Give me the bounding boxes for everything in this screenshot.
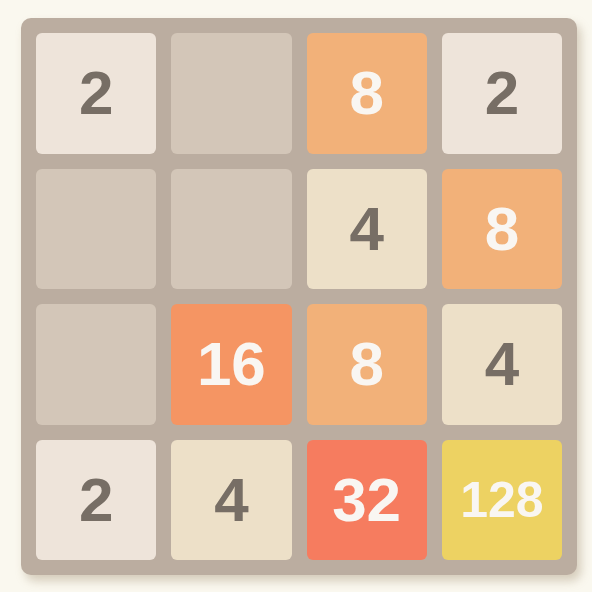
tile-4-r3c4: 4 xyxy=(442,304,562,425)
tile-16-r3c2: 16 xyxy=(171,304,291,425)
tile-8-r1c3: 8 xyxy=(307,33,427,154)
game-board-2048[interactable]: 2824816842432128 xyxy=(21,18,577,575)
empty-cell-r3c1 xyxy=(36,304,156,425)
tile-8-r2c4: 8 xyxy=(442,169,562,290)
tile-4-r2c3: 4 xyxy=(307,169,427,290)
empty-cell-r1c2 xyxy=(171,33,291,154)
tile-32-r4c3: 32 xyxy=(307,440,427,561)
page-background: 2824816842432128 xyxy=(0,0,592,592)
tile-2-r1c1: 2 xyxy=(36,33,156,154)
tile-4-r4c2: 4 xyxy=(171,440,291,561)
tile-8-r3c3: 8 xyxy=(307,304,427,425)
tile-2-r1c4: 2 xyxy=(442,33,562,154)
tile-128-r4c4: 128 xyxy=(442,440,562,561)
tile-2-r4c1: 2 xyxy=(36,440,156,561)
empty-cell-r2c1 xyxy=(36,169,156,290)
empty-cell-r2c2 xyxy=(171,169,291,290)
